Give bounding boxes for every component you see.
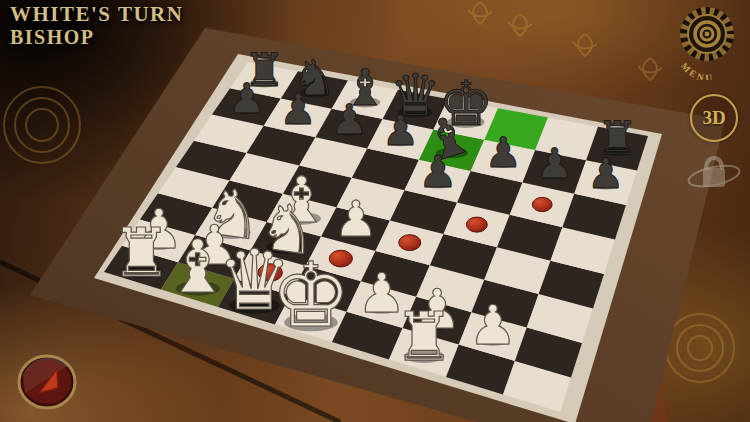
move-dot-e4[interactable]	[399, 235, 421, 251]
piece-white-p-d4[interactable]: ♟	[334, 190, 378, 248]
piece-black-p-d7[interactable]: ♟	[382, 106, 420, 155]
turn-label: WHITE'S TURN	[10, 2, 183, 26]
piece-black-p-h7[interactable]: ♟	[587, 149, 625, 198]
svg-text:MENU: MENU	[679, 61, 715, 80]
piece-black-p-g7[interactable]: ♟	[536, 139, 574, 188]
move-dot-g6[interactable]	[532, 197, 552, 211]
rotation-lock-icon	[684, 146, 744, 198]
menu-label: MENU	[679, 61, 715, 80]
piece-black-p-e6[interactable]: ♟	[418, 146, 458, 197]
piece-white-r-f1[interactable]: ♜	[394, 298, 454, 376]
piece-black-p-c7[interactable]: ♟	[331, 95, 369, 144]
move-dot-f5[interactable]	[466, 217, 487, 232]
rotation-lock-button[interactable]	[684, 146, 744, 198]
piece-black-p-a7[interactable]: ♟	[228, 74, 266, 123]
game-screen: ♜♞♝♛♚♜♟♟♟♟♝♟♟♟♟♝♟♞♞♟♟♟♟♟♜♝♛♚♜ WHITE'S TU…	[0, 0, 750, 422]
gear-icon: MENU	[668, 0, 746, 80]
chessboard-3d-scene[interactable]: ♜♞♝♛♚♜♟♟♟♟♝♟♟♟♟♝♟♞♞♟♟♟♟♟♜♝♛♚♜	[0, 0, 750, 422]
piece-white-r-a1[interactable]: ♜	[111, 214, 171, 292]
view-3d-button[interactable]: 3D	[690, 94, 738, 142]
selected-piece-label: BISHOP	[10, 26, 183, 49]
turn-status: WHITE'S TURN BISHOP	[10, 2, 183, 49]
menu-button[interactable]: MENU	[668, 0, 746, 80]
piece-white-p-g2[interactable]: ♟	[469, 293, 518, 357]
piece-black-p-b7[interactable]: ♟	[279, 85, 317, 134]
piece-black-p-f7[interactable]: ♟	[484, 128, 522, 177]
piece-white-k-d1[interactable]: ♚	[271, 243, 351, 347]
undo-timer-button[interactable]	[17, 353, 77, 411]
view-3d-label: 3D	[702, 107, 725, 129]
undo-wedge-icon	[17, 353, 77, 411]
